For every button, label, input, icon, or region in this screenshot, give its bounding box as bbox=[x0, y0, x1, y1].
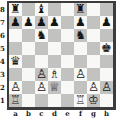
black-king-icon: ♚ bbox=[101, 42, 112, 55]
square-f2[interactable] bbox=[74, 81, 87, 94]
square-g1[interactable]: ♔ bbox=[87, 94, 100, 107]
square-a6[interactable] bbox=[9, 29, 22, 42]
square-b8[interactable] bbox=[22, 3, 35, 16]
square-c2[interactable]: ♙ bbox=[35, 81, 48, 94]
square-g7[interactable] bbox=[87, 16, 100, 29]
black-knight-icon: ♞ bbox=[36, 29, 47, 42]
white-pawn-icon: ♙ bbox=[101, 81, 112, 94]
black-pawn-icon: ♟ bbox=[23, 16, 34, 29]
square-a4[interactable]: ♛ bbox=[9, 55, 22, 68]
rank-label-6: 6 bbox=[0, 29, 7, 42]
white-pawn-icon: ♙ bbox=[36, 81, 47, 94]
rank-label-3: 3 bbox=[0, 68, 7, 81]
square-g3[interactable] bbox=[87, 68, 100, 81]
file-label-c: c bbox=[35, 109, 48, 118]
white-rook-icon: ♖ bbox=[10, 94, 21, 107]
square-e7[interactable] bbox=[61, 16, 74, 29]
black-rook-icon: ♜ bbox=[75, 3, 86, 16]
file-label-b: b bbox=[22, 109, 35, 118]
square-f3[interactable]: ♙ bbox=[74, 68, 87, 81]
square-a7[interactable]: ♟ bbox=[9, 16, 22, 29]
square-c7[interactable]: ♟ bbox=[35, 16, 48, 29]
rank-label-8: 8 bbox=[0, 3, 7, 16]
square-e2[interactable] bbox=[61, 81, 74, 94]
square-b5[interactable] bbox=[22, 42, 35, 55]
square-h7[interactable]: ♟ bbox=[100, 16, 113, 29]
square-b6[interactable] bbox=[22, 29, 35, 42]
square-b4[interactable] bbox=[22, 55, 35, 68]
square-f6[interactable]: ♞ bbox=[74, 29, 87, 42]
file-label-a: a bbox=[9, 109, 22, 118]
square-f7[interactable]: ♟ bbox=[74, 16, 87, 29]
square-d2[interactable]: ♕ bbox=[48, 81, 61, 94]
square-g5[interactable] bbox=[87, 42, 100, 55]
black-bishop-icon: ♝ bbox=[36, 3, 47, 16]
square-a2[interactable]: ♙ bbox=[9, 81, 22, 94]
square-d3[interactable]: ♗ bbox=[48, 68, 61, 81]
white-bishop-icon: ♗ bbox=[49, 68, 60, 81]
square-g8[interactable] bbox=[87, 3, 100, 16]
square-e6[interactable] bbox=[61, 29, 74, 42]
square-e3[interactable] bbox=[61, 68, 74, 81]
white-rook-icon: ♖ bbox=[75, 94, 86, 107]
rank-label-4: 4 bbox=[0, 55, 7, 68]
white-pawn-icon: ♙ bbox=[10, 81, 21, 94]
square-d1[interactable] bbox=[48, 94, 61, 107]
square-e4[interactable] bbox=[61, 55, 74, 68]
black-queen-icon: ♛ bbox=[10, 55, 21, 68]
file-label-h: h bbox=[100, 109, 113, 118]
square-c1[interactable] bbox=[35, 94, 48, 107]
file-label-g: g bbox=[87, 109, 100, 118]
rank-labels: 87654321 bbox=[0, 3, 7, 107]
square-h8[interactable] bbox=[100, 3, 113, 16]
rank-label-5: 5 bbox=[0, 42, 7, 55]
square-a8[interactable]: ♜ bbox=[9, 3, 22, 16]
white-king-icon: ♔ bbox=[88, 94, 99, 107]
square-e1[interactable] bbox=[61, 94, 74, 107]
black-pawn-icon: ♟ bbox=[49, 16, 60, 29]
square-c5[interactable] bbox=[35, 42, 48, 55]
rank-label-7: 7 bbox=[0, 16, 7, 29]
black-pawn-icon: ♟ bbox=[36, 16, 47, 29]
square-f8[interactable]: ♜ bbox=[74, 3, 87, 16]
square-a1[interactable]: ♖ bbox=[9, 94, 22, 107]
square-c3[interactable]: ♙ bbox=[35, 68, 48, 81]
square-g2[interactable]: ♙ bbox=[87, 81, 100, 94]
file-label-f: f bbox=[74, 109, 87, 118]
square-a3[interactable] bbox=[9, 68, 22, 81]
chess-board: ♜♝♜♟♟♟♟♟♟♞♞♚♛♙♗♙♙♙♕♙♙♖♖♔ bbox=[7, 1, 116, 110]
square-d5[interactable] bbox=[48, 42, 61, 55]
square-e5[interactable] bbox=[61, 42, 74, 55]
rank-label-1: 1 bbox=[0, 94, 7, 107]
black-pawn-icon: ♟ bbox=[75, 16, 86, 29]
square-b1[interactable] bbox=[22, 94, 35, 107]
square-d4[interactable] bbox=[48, 55, 61, 68]
square-b2[interactable] bbox=[22, 81, 35, 94]
square-e8[interactable] bbox=[61, 3, 74, 16]
square-b3[interactable] bbox=[22, 68, 35, 81]
black-pawn-icon: ♟ bbox=[101, 16, 112, 29]
black-pawn-icon: ♟ bbox=[10, 16, 21, 29]
square-g4[interactable] bbox=[87, 55, 100, 68]
white-pawn-icon: ♙ bbox=[36, 68, 47, 81]
square-h2[interactable]: ♙ bbox=[100, 81, 113, 94]
square-c8[interactable]: ♝ bbox=[35, 3, 48, 16]
white-pawn-icon: ♙ bbox=[88, 81, 99, 94]
square-a5[interactable] bbox=[9, 42, 22, 55]
file-label-d: d bbox=[48, 109, 61, 118]
chess-diagram: 87654321 ♜♝♜♟♟♟♟♟♟♞♞♚♛♙♗♙♙♙♕♙♙♖♖♔ abcdef… bbox=[0, 0, 118, 118]
square-d8[interactable] bbox=[48, 3, 61, 16]
white-pawn-icon: ♙ bbox=[75, 68, 86, 81]
square-d6[interactable] bbox=[48, 29, 61, 42]
square-h5[interactable]: ♚ bbox=[100, 42, 113, 55]
square-h4[interactable] bbox=[100, 55, 113, 68]
square-c6[interactable]: ♞ bbox=[35, 29, 48, 42]
file-labels: abcdefgh bbox=[9, 109, 113, 118]
square-h6[interactable] bbox=[100, 29, 113, 42]
square-g6[interactable] bbox=[87, 29, 100, 42]
black-rook-icon: ♜ bbox=[10, 3, 21, 16]
square-f5[interactable] bbox=[74, 42, 87, 55]
square-h1[interactable] bbox=[100, 94, 113, 107]
black-knight-icon: ♞ bbox=[75, 29, 86, 42]
square-c4[interactable] bbox=[35, 55, 48, 68]
square-f4[interactable] bbox=[74, 55, 87, 68]
rank-label-2: 2 bbox=[0, 81, 7, 94]
file-label-e: e bbox=[61, 109, 74, 118]
square-d7[interactable]: ♟ bbox=[48, 16, 61, 29]
square-f1[interactable]: ♖ bbox=[74, 94, 87, 107]
square-h3[interactable] bbox=[100, 68, 113, 81]
square-b7[interactable]: ♟ bbox=[22, 16, 35, 29]
white-queen-icon: ♕ bbox=[49, 81, 60, 94]
